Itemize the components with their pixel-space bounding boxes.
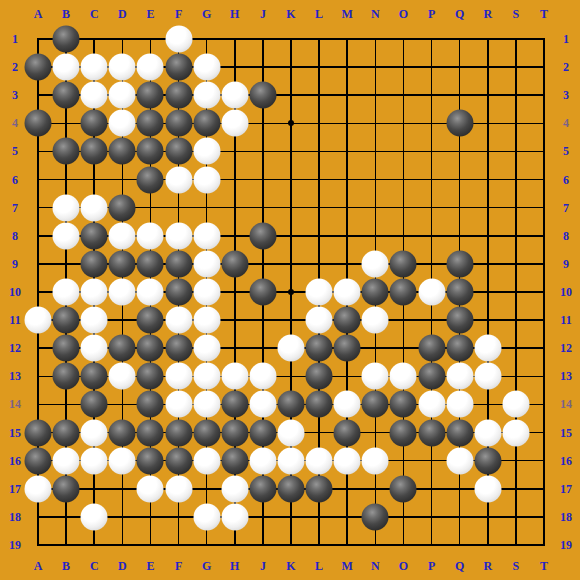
row-label-left: 13 — [9, 369, 21, 384]
black-stone — [53, 419, 80, 446]
white-stone — [165, 222, 192, 249]
white-stone — [109, 279, 136, 306]
column-label-bottom: R — [483, 559, 492, 574]
white-stone — [193, 391, 220, 418]
row-label-left: 17 — [9, 481, 21, 496]
column-label-bottom: B — [62, 559, 70, 574]
column-label-top: J — [260, 7, 266, 22]
column-label-top: K — [286, 7, 295, 22]
black-stone — [137, 166, 164, 193]
black-stone — [249, 475, 276, 502]
row-label-left: 10 — [9, 285, 21, 300]
black-stone — [137, 335, 164, 362]
black-stone — [137, 110, 164, 137]
row-label-left: 5 — [12, 144, 18, 159]
row-label-left: 8 — [12, 228, 18, 243]
black-stone — [81, 222, 108, 249]
white-stone — [165, 26, 192, 53]
black-stone — [81, 391, 108, 418]
row-label-right: 4 — [563, 116, 569, 131]
white-stone — [249, 391, 276, 418]
white-stone — [109, 110, 136, 137]
column-label-top: N — [371, 7, 380, 22]
column-label-bottom: S — [513, 559, 520, 574]
white-stone — [278, 447, 305, 474]
column-label-bottom: H — [230, 559, 239, 574]
white-stone — [193, 166, 220, 193]
white-stone — [53, 222, 80, 249]
white-stone — [81, 82, 108, 109]
black-stone — [362, 391, 389, 418]
black-stone — [362, 503, 389, 530]
column-label-top: B — [62, 7, 70, 22]
grid-line-vertical — [515, 38, 517, 546]
black-stone — [446, 250, 473, 277]
black-stone — [249, 222, 276, 249]
grid-line-horizontal — [37, 544, 545, 546]
column-label-bottom: E — [146, 559, 154, 574]
white-stone — [249, 363, 276, 390]
white-stone — [165, 307, 192, 334]
white-stone — [137, 54, 164, 81]
black-stone — [81, 138, 108, 165]
white-stone — [221, 363, 248, 390]
white-stone — [390, 363, 417, 390]
black-stone — [109, 138, 136, 165]
white-stone — [306, 447, 333, 474]
white-stone — [165, 363, 192, 390]
white-stone — [81, 194, 108, 221]
star-point — [288, 289, 294, 295]
black-stone — [390, 419, 417, 446]
column-label-bottom: T — [540, 559, 548, 574]
column-label-bottom: J — [260, 559, 266, 574]
black-stone — [137, 363, 164, 390]
white-stone — [109, 222, 136, 249]
white-stone — [474, 475, 501, 502]
black-stone — [334, 335, 361, 362]
white-stone — [502, 419, 529, 446]
white-stone — [193, 279, 220, 306]
row-label-left: 9 — [12, 256, 18, 271]
column-label-top: E — [146, 7, 154, 22]
column-label-top: F — [175, 7, 182, 22]
white-stone — [446, 447, 473, 474]
white-stone — [53, 54, 80, 81]
white-stone — [193, 363, 220, 390]
black-stone — [446, 110, 473, 137]
white-stone — [249, 447, 276, 474]
black-stone — [362, 279, 389, 306]
black-stone — [81, 110, 108, 137]
black-stone — [25, 54, 52, 81]
black-stone — [137, 82, 164, 109]
column-label-top: S — [513, 7, 520, 22]
row-label-right: 13 — [560, 369, 572, 384]
column-label-bottom: G — [202, 559, 211, 574]
black-stone — [53, 138, 80, 165]
row-label-left: 19 — [9, 538, 21, 553]
black-stone — [53, 307, 80, 334]
black-stone — [446, 335, 473, 362]
row-label-right: 16 — [560, 453, 572, 468]
column-label-top: G — [202, 7, 211, 22]
column-label-top: C — [90, 7, 99, 22]
row-label-left: 7 — [12, 200, 18, 215]
column-label-bottom: A — [34, 559, 43, 574]
row-label-right: 5 — [563, 144, 569, 159]
black-stone — [418, 363, 445, 390]
white-stone — [334, 391, 361, 418]
white-stone — [53, 194, 80, 221]
white-stone — [109, 82, 136, 109]
row-label-left: 16 — [9, 453, 21, 468]
column-label-bottom: N — [371, 559, 380, 574]
white-stone — [306, 307, 333, 334]
row-label-right: 6 — [563, 172, 569, 187]
white-stone — [25, 475, 52, 502]
black-stone — [137, 307, 164, 334]
black-stone — [249, 279, 276, 306]
white-stone — [474, 363, 501, 390]
black-stone — [165, 250, 192, 277]
white-stone — [193, 307, 220, 334]
black-stone — [137, 447, 164, 474]
column-label-bottom: C — [90, 559, 99, 574]
white-stone — [137, 222, 164, 249]
white-stone — [193, 335, 220, 362]
white-stone — [193, 250, 220, 277]
column-label-bottom: L — [315, 559, 323, 574]
grid-line-vertical — [543, 38, 545, 546]
row-label-left: 14 — [9, 397, 21, 412]
black-stone — [137, 138, 164, 165]
white-stone — [109, 363, 136, 390]
column-label-top: P — [428, 7, 435, 22]
white-stone — [165, 475, 192, 502]
row-label-right: 9 — [563, 256, 569, 271]
white-stone — [334, 279, 361, 306]
black-stone — [53, 26, 80, 53]
column-label-bottom: M — [342, 559, 353, 574]
column-label-bottom: O — [399, 559, 408, 574]
white-stone — [362, 363, 389, 390]
grid-line-horizontal — [37, 516, 545, 518]
row-label-left: 11 — [9, 313, 20, 328]
black-stone — [278, 391, 305, 418]
black-stone — [390, 391, 417, 418]
row-label-right: 3 — [563, 88, 569, 103]
black-stone — [81, 363, 108, 390]
column-label-bottom: P — [428, 559, 435, 574]
column-label-bottom: F — [175, 559, 182, 574]
black-stone — [165, 335, 192, 362]
black-stone — [474, 447, 501, 474]
row-label-right: 8 — [563, 228, 569, 243]
black-stone — [390, 279, 417, 306]
white-stone — [474, 335, 501, 362]
row-label-left: 1 — [12, 32, 18, 47]
column-label-bottom: Q — [455, 559, 464, 574]
row-label-right: 2 — [563, 60, 569, 75]
black-stone — [53, 82, 80, 109]
black-stone — [25, 110, 52, 137]
black-stone — [278, 475, 305, 502]
column-label-top: A — [34, 7, 43, 22]
black-stone — [137, 250, 164, 277]
white-stone — [278, 335, 305, 362]
black-stone — [25, 447, 52, 474]
go-board[interactable]: AA11BB22CC33DD44EE55FF66GG77HH88JJ99KK10… — [0, 0, 580, 580]
white-stone — [81, 307, 108, 334]
white-stone — [446, 391, 473, 418]
white-stone — [193, 138, 220, 165]
black-stone — [165, 54, 192, 81]
column-label-top: R — [483, 7, 492, 22]
row-label-right: 15 — [560, 425, 572, 440]
white-stone — [81, 447, 108, 474]
white-stone — [362, 250, 389, 277]
row-label-right: 7 — [563, 200, 569, 215]
column-label-top: O — [399, 7, 408, 22]
black-stone — [137, 391, 164, 418]
row-label-right: 10 — [560, 285, 572, 300]
white-stone — [221, 503, 248, 530]
white-stone — [334, 447, 361, 474]
black-stone — [165, 419, 192, 446]
black-stone — [109, 250, 136, 277]
star-point — [288, 120, 294, 126]
black-stone — [306, 335, 333, 362]
white-stone — [109, 447, 136, 474]
white-stone — [362, 307, 389, 334]
column-label-top: D — [118, 7, 127, 22]
black-stone — [221, 447, 248, 474]
white-stone — [362, 447, 389, 474]
row-label-right: 11 — [560, 313, 571, 328]
white-stone — [137, 279, 164, 306]
column-label-top: Q — [455, 7, 464, 22]
row-label-left: 15 — [9, 425, 21, 440]
white-stone — [278, 419, 305, 446]
black-stone — [390, 475, 417, 502]
column-label-top: L — [315, 7, 323, 22]
black-stone — [109, 335, 136, 362]
white-stone — [81, 279, 108, 306]
black-stone — [137, 419, 164, 446]
black-stone — [193, 110, 220, 137]
black-stone — [221, 391, 248, 418]
white-stone — [306, 279, 333, 306]
row-label-left: 4 — [12, 116, 18, 131]
row-label-right: 17 — [560, 481, 572, 496]
row-label-left: 3 — [12, 88, 18, 103]
black-stone — [165, 82, 192, 109]
white-stone — [502, 391, 529, 418]
black-stone — [306, 391, 333, 418]
white-stone — [137, 475, 164, 502]
black-stone — [418, 419, 445, 446]
white-stone — [193, 447, 220, 474]
white-stone — [193, 54, 220, 81]
white-stone — [53, 279, 80, 306]
row-label-left: 18 — [9, 509, 21, 524]
black-stone — [53, 335, 80, 362]
black-stone — [418, 335, 445, 362]
row-label-right: 14 — [560, 397, 572, 412]
white-stone — [418, 279, 445, 306]
column-label-bottom: D — [118, 559, 127, 574]
black-stone — [249, 419, 276, 446]
white-stone — [109, 54, 136, 81]
column-label-top: T — [540, 7, 548, 22]
white-stone — [165, 391, 192, 418]
black-stone — [446, 279, 473, 306]
black-stone — [306, 475, 333, 502]
white-stone — [81, 54, 108, 81]
white-stone — [221, 475, 248, 502]
black-stone — [81, 250, 108, 277]
black-stone — [390, 250, 417, 277]
black-stone — [193, 419, 220, 446]
white-stone — [221, 82, 248, 109]
white-stone — [446, 363, 473, 390]
black-stone — [25, 419, 52, 446]
row-label-right: 18 — [560, 509, 572, 524]
black-stone — [165, 447, 192, 474]
black-stone — [165, 138, 192, 165]
column-label-bottom: K — [286, 559, 295, 574]
white-stone — [193, 503, 220, 530]
black-stone — [446, 419, 473, 446]
white-stone — [418, 391, 445, 418]
white-stone — [53, 447, 80, 474]
black-stone — [165, 110, 192, 137]
black-stone — [221, 250, 248, 277]
black-stone — [334, 419, 361, 446]
row-label-left: 6 — [12, 172, 18, 187]
black-stone — [249, 82, 276, 109]
black-stone — [165, 279, 192, 306]
row-label-left: 12 — [9, 341, 21, 356]
black-stone — [446, 307, 473, 334]
black-stone — [109, 419, 136, 446]
white-stone — [81, 419, 108, 446]
black-stone — [334, 307, 361, 334]
white-stone — [193, 82, 220, 109]
column-label-top: M — [342, 7, 353, 22]
column-label-top: H — [230, 7, 239, 22]
black-stone — [53, 363, 80, 390]
white-stone — [474, 419, 501, 446]
black-stone — [109, 194, 136, 221]
row-label-right: 12 — [560, 341, 572, 356]
row-label-right: 1 — [563, 32, 569, 47]
black-stone — [306, 363, 333, 390]
black-stone — [53, 475, 80, 502]
white-stone — [221, 110, 248, 137]
row-label-right: 19 — [560, 538, 572, 553]
white-stone — [193, 222, 220, 249]
white-stone — [81, 335, 108, 362]
row-label-left: 2 — [12, 60, 18, 75]
black-stone — [221, 419, 248, 446]
white-stone — [81, 503, 108, 530]
white-stone — [165, 166, 192, 193]
white-stone — [25, 307, 52, 334]
